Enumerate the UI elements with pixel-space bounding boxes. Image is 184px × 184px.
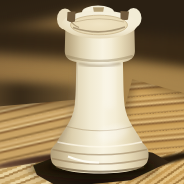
white-rook-piece xyxy=(0,0,184,184)
rook-body xyxy=(50,60,148,174)
crenellation-notch-right xyxy=(121,11,130,20)
neck-highlight xyxy=(104,63,115,109)
chess-rook-photo-scene: ♖ xyxy=(0,0,184,184)
rook-neck-bell-base xyxy=(50,60,148,174)
crenellation-notch-back xyxy=(93,7,104,12)
crenellation-notch-left xyxy=(67,12,76,23)
rook-turret xyxy=(57,6,142,63)
